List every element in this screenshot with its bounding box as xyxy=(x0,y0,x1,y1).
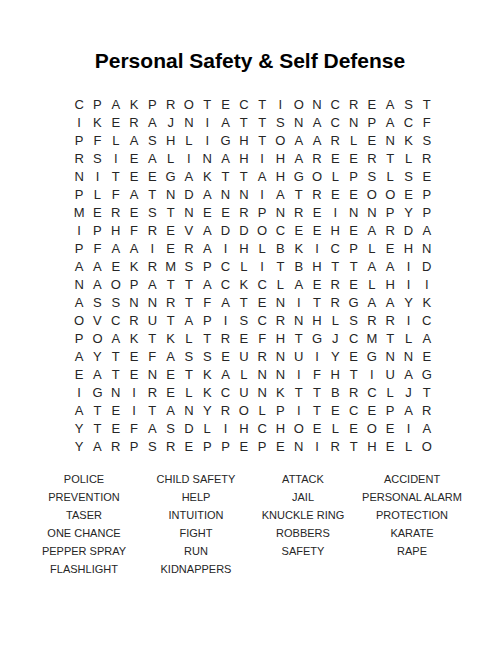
grid-cell-r7c13[interactable]: R xyxy=(290,203,308,221)
grid-cell-r5c14[interactable]: O xyxy=(308,167,326,185)
grid-cell-r17c7[interactable]: L xyxy=(180,383,198,401)
grid-cell-r5c3[interactable]: T xyxy=(107,167,125,185)
grid-cell-r13c7[interactable]: A xyxy=(180,311,198,329)
grid-cell-r4c8[interactable]: N xyxy=(198,149,216,167)
grid-cell-r14c12[interactable]: H xyxy=(271,329,289,347)
grid-cell-r10c9[interactable]: C xyxy=(216,257,234,275)
grid-cell-r17c10[interactable]: U xyxy=(235,383,253,401)
grid-cell-r16c16[interactable]: T xyxy=(344,365,362,383)
grid-cell-r16c12[interactable]: N xyxy=(271,365,289,383)
grid-cell-r8c2[interactable]: P xyxy=(88,221,106,239)
grid-cell-r14c10[interactable]: E xyxy=(235,329,253,347)
grid-cell-r1c4[interactable]: K xyxy=(125,95,143,113)
grid-cell-r13c2[interactable]: V xyxy=(88,311,106,329)
grid-cell-r20c18[interactable]: E xyxy=(381,437,399,455)
grid-cell-r13c9[interactable]: I xyxy=(216,311,234,329)
grid-cell-r4c2[interactable]: S xyxy=(88,149,106,167)
grid-cell-r15c6[interactable]: A xyxy=(161,347,179,365)
grid-cell-r2c9[interactable]: A xyxy=(216,113,234,131)
grid-cell-r4c5[interactable]: A xyxy=(143,149,161,167)
grid-cell-r14c3[interactable]: A xyxy=(107,329,125,347)
grid-cell-r18c6[interactable]: A xyxy=(161,401,179,419)
grid-cell-r18c14[interactable]: T xyxy=(308,401,326,419)
grid-cell-r20c3[interactable]: R xyxy=(107,437,125,455)
grid-cell-r11c12[interactable]: L xyxy=(271,275,289,293)
grid-cell-r20c8[interactable]: P xyxy=(198,437,216,455)
grid-cell-r11c10[interactable]: K xyxy=(235,275,253,293)
grid-cell-r3c6[interactable]: H xyxy=(161,131,179,149)
grid-cell-r10c2[interactable]: A xyxy=(88,257,106,275)
grid-cell-r6c12[interactable]: A xyxy=(271,185,289,203)
grid-cell-r18c18[interactable]: P xyxy=(381,401,399,419)
grid-cell-r19c20[interactable]: A xyxy=(418,419,436,437)
grid-cell-r9c7[interactable]: R xyxy=(180,239,198,257)
grid-cell-r13c14[interactable]: H xyxy=(308,311,326,329)
grid-cell-r14c7[interactable]: L xyxy=(180,329,198,347)
grid-cell-r19c15[interactable]: L xyxy=(326,419,344,437)
grid-cell-r16c8[interactable]: K xyxy=(198,365,216,383)
grid-cell-r20c11[interactable]: P xyxy=(253,437,271,455)
grid-cell-r6c14[interactable]: R xyxy=(308,185,326,203)
grid-cell-r12c19[interactable]: Y xyxy=(399,293,417,311)
grid-cell-r9c13[interactable]: K xyxy=(290,239,308,257)
grid-cell-r10c12[interactable]: T xyxy=(271,257,289,275)
grid-cell-r2c3[interactable]: E xyxy=(107,113,125,131)
grid-cell-r9c5[interactable]: I xyxy=(143,239,161,257)
grid-cell-r17c19[interactable]: J xyxy=(399,383,417,401)
grid-cell-r18c10[interactable]: O xyxy=(235,401,253,419)
grid-cell-r11c20[interactable]: I xyxy=(418,275,436,293)
grid-cell-r4c9[interactable]: A xyxy=(216,149,234,167)
grid-cell-r7c3[interactable]: R xyxy=(107,203,125,221)
grid-cell-r10c13[interactable]: B xyxy=(290,257,308,275)
grid-cell-r12c4[interactable]: N xyxy=(125,293,143,311)
grid-cell-r9c17[interactable]: L xyxy=(363,239,381,257)
grid-cell-r2c16[interactable]: N xyxy=(344,113,362,131)
grid-cell-r13c20[interactable]: C xyxy=(418,311,436,329)
grid-cell-r17c2[interactable]: G xyxy=(88,383,106,401)
grid-cell-r8c12[interactable]: C xyxy=(271,221,289,239)
grid-cell-r19c6[interactable]: S xyxy=(161,419,179,437)
grid-cell-r13c16[interactable]: S xyxy=(344,311,362,329)
grid-cell-r3c13[interactable]: A xyxy=(290,131,308,149)
grid-cell-r13c10[interactable]: S xyxy=(235,311,253,329)
grid-cell-r12c18[interactable]: A xyxy=(381,293,399,311)
grid-cell-r10c17[interactable]: A xyxy=(363,257,381,275)
grid-cell-r15c9[interactable]: E xyxy=(216,347,234,365)
grid-cell-r8c9[interactable]: D xyxy=(216,221,234,239)
grid-cell-r17c1[interactable]: I xyxy=(70,383,88,401)
grid-cell-r3c2[interactable]: F xyxy=(88,131,106,149)
grid-cell-r17c8[interactable]: K xyxy=(198,383,216,401)
grid-cell-r11c3[interactable]: O xyxy=(107,275,125,293)
grid-cell-r13c13[interactable]: N xyxy=(290,311,308,329)
grid-cell-r17c16[interactable]: R xyxy=(344,383,362,401)
grid-cell-r19c13[interactable]: O xyxy=(290,419,308,437)
grid-cell-r7c1[interactable]: M xyxy=(70,203,88,221)
grid-cell-r4c14[interactable]: R xyxy=(308,149,326,167)
grid-cell-r8c17[interactable]: A xyxy=(363,221,381,239)
grid-cell-r1c11[interactable]: T xyxy=(253,95,271,113)
grid-cell-r13c3[interactable]: C xyxy=(107,311,125,329)
grid-cell-r5c20[interactable]: E xyxy=(418,167,436,185)
grid-cell-r19c9[interactable]: I xyxy=(216,419,234,437)
grid-cell-r14c8[interactable]: T xyxy=(198,329,216,347)
grid-cell-r6c19[interactable]: E xyxy=(399,185,417,203)
grid-cell-r16c9[interactable]: A xyxy=(216,365,234,383)
grid-cell-r14c11[interactable]: F xyxy=(253,329,271,347)
grid-cell-r2c2[interactable]: K xyxy=(88,113,106,131)
grid-cell-r11c1[interactable]: N xyxy=(70,275,88,293)
grid-cell-r12c3[interactable]: S xyxy=(107,293,125,311)
grid-cell-r9c20[interactable]: N xyxy=(418,239,436,257)
grid-cell-r10c20[interactable]: D xyxy=(418,257,436,275)
grid-cell-r15c11[interactable]: R xyxy=(253,347,271,365)
grid-cell-r11c14[interactable]: E xyxy=(308,275,326,293)
grid-cell-r11c13[interactable]: A xyxy=(290,275,308,293)
grid-cell-r11c4[interactable]: P xyxy=(125,275,143,293)
grid-cell-r17c17[interactable]: C xyxy=(363,383,381,401)
grid-cell-r16c3[interactable]: T xyxy=(107,365,125,383)
grid-cell-r2c14[interactable]: A xyxy=(308,113,326,131)
grid-cell-r18c20[interactable]: R xyxy=(418,401,436,419)
grid-cell-r18c16[interactable]: C xyxy=(344,401,362,419)
grid-cell-r17c20[interactable]: T xyxy=(418,383,436,401)
grid-cell-r10c11[interactable]: I xyxy=(253,257,271,275)
grid-cell-r14c18[interactable]: T xyxy=(381,329,399,347)
grid-cell-r17c9[interactable]: C xyxy=(216,383,234,401)
grid-cell-r18c3[interactable]: E xyxy=(107,401,125,419)
grid-cell-r7c5[interactable]: S xyxy=(143,203,161,221)
grid-cell-r6c17[interactable]: O xyxy=(363,185,381,203)
grid-cell-r20c4[interactable]: P xyxy=(125,437,143,455)
grid-cell-r12c12[interactable]: N xyxy=(271,293,289,311)
grid-cell-r10c6[interactable]: M xyxy=(161,257,179,275)
grid-cell-r19c10[interactable]: H xyxy=(235,419,253,437)
grid-cell-r3c14[interactable]: A xyxy=(308,131,326,149)
grid-cell-r20c20[interactable]: O xyxy=(418,437,436,455)
grid-cell-r6c15[interactable]: E xyxy=(326,185,344,203)
grid-cell-r12c2[interactable]: S xyxy=(88,293,106,311)
grid-cell-r10c5[interactable]: R xyxy=(143,257,161,275)
grid-cell-r8c16[interactable]: E xyxy=(344,221,362,239)
grid-cell-r1c9[interactable]: E xyxy=(216,95,234,113)
grid-cell-r12c8[interactable]: F xyxy=(198,293,216,311)
grid-cell-r17c13[interactable]: T xyxy=(290,383,308,401)
grid-cell-r18c7[interactable]: N xyxy=(180,401,198,419)
grid-cell-r6c18[interactable]: O xyxy=(381,185,399,203)
grid-cell-r19c18[interactable]: E xyxy=(381,419,399,437)
grid-cell-r15c5[interactable]: F xyxy=(143,347,161,365)
grid-cell-r16c18[interactable]: U xyxy=(381,365,399,383)
grid-cell-r17c18[interactable]: L xyxy=(381,383,399,401)
grid-cell-r10c3[interactable]: E xyxy=(107,257,125,275)
grid-cell-r4c7[interactable]: I xyxy=(180,149,198,167)
grid-cell-r19c7[interactable]: D xyxy=(180,419,198,437)
grid-cell-r8c10[interactable]: D xyxy=(235,221,253,239)
grid-cell-r13c5[interactable]: U xyxy=(143,311,161,329)
grid-cell-r7c11[interactable]: P xyxy=(253,203,271,221)
grid-cell-r9c1[interactable]: P xyxy=(70,239,88,257)
grid-cell-r9c6[interactable]: E xyxy=(161,239,179,257)
grid-cell-r3c11[interactable]: T xyxy=(253,131,271,149)
grid-cell-r14c2[interactable]: O xyxy=(88,329,106,347)
grid-cell-r2c13[interactable]: N xyxy=(290,113,308,131)
grid-cell-r1c8[interactable]: T xyxy=(198,95,216,113)
grid-cell-r7c15[interactable]: I xyxy=(326,203,344,221)
grid-cell-r18c1[interactable]: A xyxy=(70,401,88,419)
grid-cell-r20c6[interactable]: R xyxy=(161,437,179,455)
grid-cell-r2c8[interactable]: I xyxy=(198,113,216,131)
grid-cell-r4c10[interactable]: H xyxy=(235,149,253,167)
grid-cell-r7c16[interactable]: N xyxy=(344,203,362,221)
grid-cell-r1c15[interactable]: C xyxy=(326,95,344,113)
grid-cell-r12c1[interactable]: A xyxy=(70,293,88,311)
grid-cell-r20c12[interactable]: E xyxy=(271,437,289,455)
grid-cell-r6c8[interactable]: A xyxy=(198,185,216,203)
grid-cell-r5c17[interactable]: S xyxy=(363,167,381,185)
grid-cell-r20c10[interactable]: E xyxy=(235,437,253,455)
grid-cell-r10c18[interactable]: A xyxy=(381,257,399,275)
grid-cell-r17c4[interactable]: I xyxy=(125,383,143,401)
grid-cell-r12c10[interactable]: T xyxy=(235,293,253,311)
grid-cell-r19c19[interactable]: I xyxy=(399,419,417,437)
grid-cell-r20c14[interactable]: I xyxy=(308,437,326,455)
grid-cell-r5c7[interactable]: A xyxy=(180,167,198,185)
grid-cell-r1c5[interactable]: P xyxy=(143,95,161,113)
grid-cell-r20c2[interactable]: A xyxy=(88,437,106,455)
grid-cell-r14c13[interactable]: T xyxy=(290,329,308,347)
grid-cell-r2c10[interactable]: T xyxy=(235,113,253,131)
grid-cell-r9c12[interactable]: B xyxy=(271,239,289,257)
grid-cell-r12c14[interactable]: T xyxy=(308,293,326,311)
grid-cell-r16c2[interactable]: A xyxy=(88,365,106,383)
grid-cell-r18c5[interactable]: T xyxy=(143,401,161,419)
grid-cell-r12c9[interactable]: A xyxy=(216,293,234,311)
grid-cell-r5c5[interactable]: E xyxy=(143,167,161,185)
grid-cell-r2c20[interactable]: F xyxy=(418,113,436,131)
grid-cell-r16c5[interactable]: N xyxy=(143,365,161,383)
grid-cell-r6c10[interactable]: N xyxy=(235,185,253,203)
grid-cell-r19c8[interactable]: L xyxy=(198,419,216,437)
grid-cell-r20c1[interactable]: Y xyxy=(70,437,88,455)
grid-cell-r14c9[interactable]: R xyxy=(216,329,234,347)
grid-cell-r1c2[interactable]: P xyxy=(88,95,106,113)
grid-cell-r6c3[interactable]: F xyxy=(107,185,125,203)
grid-cell-r1c7[interactable]: O xyxy=(180,95,198,113)
grid-cell-r4c18[interactable]: T xyxy=(381,149,399,167)
grid-cell-r8c6[interactable]: E xyxy=(161,221,179,239)
grid-cell-r5c12[interactable]: H xyxy=(271,167,289,185)
grid-cell-r13c19[interactable]: I xyxy=(399,311,417,329)
grid-cell-r12c13[interactable]: I xyxy=(290,293,308,311)
grid-cell-r6c20[interactable]: P xyxy=(418,185,436,203)
grid-cell-r9c11[interactable]: L xyxy=(253,239,271,257)
grid-cell-r20c13[interactable]: N xyxy=(290,437,308,455)
grid-cell-r1c20[interactable]: T xyxy=(418,95,436,113)
grid-cell-r12c7[interactable]: T xyxy=(180,293,198,311)
grid-cell-r15c7[interactable]: S xyxy=(180,347,198,365)
grid-cell-r11c17[interactable]: L xyxy=(363,275,381,293)
grid-cell-r7c10[interactable]: R xyxy=(235,203,253,221)
grid-cell-r8c4[interactable]: F xyxy=(125,221,143,239)
grid-cell-r20c9[interactable]: P xyxy=(216,437,234,455)
grid-cell-r10c7[interactable]: S xyxy=(180,257,198,275)
grid-cell-r3c15[interactable]: R xyxy=(326,131,344,149)
grid-cell-r1c6[interactable]: R xyxy=(161,95,179,113)
grid-cell-r7c8[interactable]: E xyxy=(198,203,216,221)
grid-cell-r2c19[interactable]: C xyxy=(399,113,417,131)
grid-cell-r1c17[interactable]: E xyxy=(363,95,381,113)
grid-cell-r12c15[interactable]: R xyxy=(326,293,344,311)
grid-cell-r8c19[interactable]: D xyxy=(399,221,417,239)
grid-cell-r20c19[interactable]: L xyxy=(399,437,417,455)
grid-cell-r2c11[interactable]: T xyxy=(253,113,271,131)
grid-cell-r4c13[interactable]: A xyxy=(290,149,308,167)
grid-cell-r11c9[interactable]: C xyxy=(216,275,234,293)
grid-cell-r5c15[interactable]: L xyxy=(326,167,344,185)
grid-cell-r13c4[interactable]: R xyxy=(125,311,143,329)
grid-cell-r17c14[interactable]: T xyxy=(308,383,326,401)
grid-cell-r19c1[interactable]: Y xyxy=(70,419,88,437)
grid-cell-r8c15[interactable]: H xyxy=(326,221,344,239)
grid-cell-r6c16[interactable]: E xyxy=(344,185,362,203)
grid-cell-r2c12[interactable]: S xyxy=(271,113,289,131)
grid-cell-r9c15[interactable]: C xyxy=(326,239,344,257)
grid-cell-r12c5[interactable]: N xyxy=(143,293,161,311)
grid-cell-r20c7[interactable]: E xyxy=(180,437,198,455)
grid-cell-r18c12[interactable]: P xyxy=(271,401,289,419)
grid-cell-r3c20[interactable]: S xyxy=(418,131,436,149)
grid-cell-r6c11[interactable]: I xyxy=(253,185,271,203)
grid-cell-r16c1[interactable]: E xyxy=(70,365,88,383)
grid-cell-r7c9[interactable]: E xyxy=(216,203,234,221)
grid-cell-r7c19[interactable]: Y xyxy=(399,203,417,221)
grid-cell-r5c16[interactable]: P xyxy=(344,167,362,185)
grid-cell-r2c1[interactable]: I xyxy=(70,113,88,131)
grid-cell-r6c13[interactable]: T xyxy=(290,185,308,203)
grid-cell-r9c4[interactable]: A xyxy=(125,239,143,257)
grid-cell-r1c14[interactable]: N xyxy=(308,95,326,113)
grid-cell-r20c5[interactable]: S xyxy=(143,437,161,455)
grid-cell-r7c2[interactable]: E xyxy=(88,203,106,221)
grid-cell-r8c7[interactable]: V xyxy=(180,221,198,239)
grid-cell-r13c8[interactable]: P xyxy=(198,311,216,329)
grid-cell-r15c8[interactable]: S xyxy=(198,347,216,365)
grid-cell-r5c1[interactable]: N xyxy=(70,167,88,185)
grid-cell-r2c5[interactable]: A xyxy=(143,113,161,131)
grid-cell-r12c6[interactable]: R xyxy=(161,293,179,311)
grid-cell-r14c5[interactable]: T xyxy=(143,329,161,347)
grid-cell-r16c7[interactable]: T xyxy=(180,365,198,383)
grid-cell-r16c6[interactable]: E xyxy=(161,365,179,383)
grid-cell-r15c4[interactable]: E xyxy=(125,347,143,365)
grid-cell-r15c13[interactable]: U xyxy=(290,347,308,365)
grid-cell-r13c6[interactable]: T xyxy=(161,311,179,329)
grid-cell-r4c20[interactable]: R xyxy=(418,149,436,167)
grid-cell-r20c16[interactable]: T xyxy=(344,437,362,455)
grid-cell-r18c9[interactable]: R xyxy=(216,401,234,419)
grid-cell-r1c12[interactable]: I xyxy=(271,95,289,113)
grid-cell-r2c7[interactable]: N xyxy=(180,113,198,131)
grid-cell-r4c17[interactable]: R xyxy=(363,149,381,167)
grid-cell-r12c20[interactable]: K xyxy=(418,293,436,311)
grid-cell-r15c20[interactable]: E xyxy=(418,347,436,365)
grid-cell-r8c14[interactable]: E xyxy=(308,221,326,239)
grid-cell-r2c4[interactable]: R xyxy=(125,113,143,131)
grid-cell-r8c5[interactable]: R xyxy=(143,221,161,239)
grid-cell-r4c1[interactable]: R xyxy=(70,149,88,167)
grid-cell-r8c1[interactable]: I xyxy=(70,221,88,239)
grid-cell-r16c17[interactable]: I xyxy=(363,365,381,383)
grid-cell-r13c11[interactable]: C xyxy=(253,311,271,329)
grid-cell-r19c12[interactable]: H xyxy=(271,419,289,437)
grid-cell-r13c15[interactable]: L xyxy=(326,311,344,329)
grid-cell-r11c7[interactable]: T xyxy=(180,275,198,293)
grid-cell-r2c17[interactable]: P xyxy=(363,113,381,131)
grid-cell-r1c1[interactable]: C xyxy=(70,95,88,113)
grid-cell-r20c15[interactable]: R xyxy=(326,437,344,455)
grid-cell-r9c9[interactable]: I xyxy=(216,239,234,257)
grid-cell-r15c17[interactable]: G xyxy=(363,347,381,365)
grid-cell-r11c16[interactable]: E xyxy=(344,275,362,293)
grid-cell-r11c8[interactable]: A xyxy=(198,275,216,293)
grid-cell-r18c13[interactable]: I xyxy=(290,401,308,419)
grid-cell-r5c6[interactable]: G xyxy=(161,167,179,185)
grid-cell-r18c19[interactable]: A xyxy=(399,401,417,419)
grid-cell-r6c6[interactable]: N xyxy=(161,185,179,203)
grid-cell-r11c11[interactable]: C xyxy=(253,275,271,293)
grid-cell-r11c18[interactable]: H xyxy=(381,275,399,293)
grid-cell-r3c5[interactable]: S xyxy=(143,131,161,149)
grid-cell-r10c4[interactable]: K xyxy=(125,257,143,275)
grid-cell-r17c6[interactable]: E xyxy=(161,383,179,401)
grid-cell-r7c12[interactable]: N xyxy=(271,203,289,221)
grid-cell-r11c19[interactable]: I xyxy=(399,275,417,293)
grid-cell-r11c6[interactable]: T xyxy=(161,275,179,293)
grid-cell-r9c8[interactable]: A xyxy=(198,239,216,257)
grid-cell-r1c16[interactable]: R xyxy=(344,95,362,113)
grid-cell-r15c3[interactable]: T xyxy=(107,347,125,365)
grid-cell-r3c3[interactable]: L xyxy=(107,131,125,149)
grid-cell-r11c2[interactable]: A xyxy=(88,275,106,293)
grid-cell-r3c19[interactable]: K xyxy=(399,131,417,149)
grid-cell-r4c19[interactable]: L xyxy=(399,149,417,167)
grid-cell-r14c1[interactable]: P xyxy=(70,329,88,347)
grid-cell-r17c12[interactable]: K xyxy=(271,383,289,401)
grid-cell-r9c16[interactable]: P xyxy=(344,239,362,257)
grid-cell-r18c2[interactable]: T xyxy=(88,401,106,419)
grid-cell-r13c17[interactable]: R xyxy=(363,311,381,329)
grid-cell-r13c18[interactable]: R xyxy=(381,311,399,329)
grid-cell-r4c16[interactable]: E xyxy=(344,149,362,167)
grid-cell-r16c20[interactable]: G xyxy=(418,365,436,383)
grid-cell-r1c18[interactable]: A xyxy=(381,95,399,113)
grid-cell-r5c11[interactable]: A xyxy=(253,167,271,185)
grid-cell-r7c7[interactable]: N xyxy=(180,203,198,221)
grid-cell-r10c10[interactable]: L xyxy=(235,257,253,275)
grid-cell-r12c17[interactable]: A xyxy=(363,293,381,311)
grid-cell-r5c4[interactable]: E xyxy=(125,167,143,185)
grid-cell-r3c9[interactable]: G xyxy=(216,131,234,149)
grid-cell-r7c4[interactable]: E xyxy=(125,203,143,221)
grid-cell-r15c12[interactable]: N xyxy=(271,347,289,365)
grid-cell-r19c11[interactable]: C xyxy=(253,419,271,437)
grid-cell-r18c11[interactable]: L xyxy=(253,401,271,419)
grid-cell-r4c11[interactable]: I xyxy=(253,149,271,167)
grid-cell-r19c14[interactable]: E xyxy=(308,419,326,437)
grid-cell-r19c4[interactable]: F xyxy=(125,419,143,437)
